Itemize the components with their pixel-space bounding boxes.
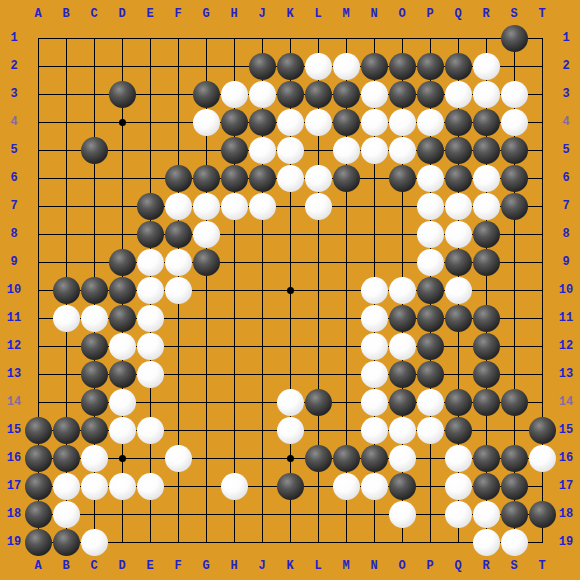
- stone-black[interactable]: [193, 81, 220, 108]
- stone-black[interactable]: [473, 305, 500, 332]
- stone-black[interactable]: [501, 501, 528, 528]
- column-label-top: S: [502, 7, 526, 21]
- stone-black[interactable]: [501, 445, 528, 472]
- stone-black[interactable]: [109, 277, 136, 304]
- column-label-bottom: C: [82, 559, 106, 573]
- stone-black[interactable]: [25, 473, 52, 500]
- stone-white[interactable]: [445, 221, 472, 248]
- stone-black[interactable]: [361, 53, 388, 80]
- stone-black[interactable]: [389, 361, 416, 388]
- stone-black[interactable]: [333, 445, 360, 472]
- row-label-left: 4: [2, 115, 26, 129]
- column-label-top: K: [278, 7, 302, 21]
- stone-black[interactable]: [473, 445, 500, 472]
- stone-black[interactable]: [417, 305, 444, 332]
- stone-black[interactable]: [221, 165, 248, 192]
- stone-white[interactable]: [361, 473, 388, 500]
- stone-white[interactable]: [473, 81, 500, 108]
- stone-white[interactable]: [417, 417, 444, 444]
- stone-black[interactable]: [389, 305, 416, 332]
- stone-white[interactable]: [221, 81, 248, 108]
- stone-white[interactable]: [81, 529, 108, 556]
- column-label-top: Q: [446, 7, 470, 21]
- stone-black[interactable]: [25, 417, 52, 444]
- column-label-top: N: [362, 7, 386, 21]
- star-point: [119, 119, 126, 126]
- stone-white[interactable]: [137, 333, 164, 360]
- stone-black[interactable]: [445, 305, 472, 332]
- stone-black[interactable]: [501, 473, 528, 500]
- stone-black[interactable]: [473, 137, 500, 164]
- stone-white[interactable]: [249, 193, 276, 220]
- column-label-top: P: [418, 7, 442, 21]
- column-label-bottom: K: [278, 559, 302, 573]
- stone-black[interactable]: [333, 165, 360, 192]
- stone-black[interactable]: [333, 81, 360, 108]
- row-label-left: 11: [2, 311, 26, 325]
- stone-white[interactable]: [361, 137, 388, 164]
- stone-white[interactable]: [473, 165, 500, 192]
- row-label-left: 3: [2, 87, 26, 101]
- stone-black[interactable]: [305, 81, 332, 108]
- row-label-left: 10: [2, 283, 26, 297]
- column-label-bottom: J: [250, 559, 274, 573]
- column-label-bottom: P: [418, 559, 442, 573]
- stone-white[interactable]: [445, 445, 472, 472]
- stone-black[interactable]: [193, 249, 220, 276]
- stone-black[interactable]: [333, 109, 360, 136]
- stone-white[interactable]: [249, 137, 276, 164]
- row-label-right: 13: [554, 367, 578, 381]
- stone-white[interactable]: [165, 193, 192, 220]
- stone-white[interactable]: [473, 53, 500, 80]
- stone-black[interactable]: [25, 445, 52, 472]
- column-label-top: A: [26, 7, 50, 21]
- row-label-right: 2: [554, 59, 578, 73]
- stone-white[interactable]: [333, 473, 360, 500]
- stone-white[interactable]: [389, 137, 416, 164]
- row-label-left: 6: [2, 171, 26, 185]
- stone-white[interactable]: [389, 417, 416, 444]
- row-label-left: 19: [2, 535, 26, 549]
- stone-black[interactable]: [25, 529, 52, 556]
- stone-black[interactable]: [109, 361, 136, 388]
- stone-black[interactable]: [501, 25, 528, 52]
- stone-black[interactable]: [389, 389, 416, 416]
- column-label-top: B: [54, 7, 78, 21]
- column-label-top: R: [474, 7, 498, 21]
- column-label-bottom: Q: [446, 559, 470, 573]
- column-label-top: T: [530, 7, 554, 21]
- stone-black[interactable]: [81, 417, 108, 444]
- stone-white[interactable]: [417, 249, 444, 276]
- stone-black[interactable]: [445, 109, 472, 136]
- stone-white[interactable]: [389, 333, 416, 360]
- stone-black[interactable]: [249, 53, 276, 80]
- stone-black[interactable]: [389, 81, 416, 108]
- stone-white[interactable]: [417, 389, 444, 416]
- stone-white[interactable]: [445, 473, 472, 500]
- stone-black[interactable]: [81, 333, 108, 360]
- row-label-right: 17: [554, 479, 578, 493]
- stone-black[interactable]: [501, 389, 528, 416]
- stone-white[interactable]: [221, 473, 248, 500]
- stone-black[interactable]: [417, 277, 444, 304]
- stone-black[interactable]: [305, 445, 332, 472]
- column-label-bottom: H: [222, 559, 246, 573]
- stone-black[interactable]: [417, 137, 444, 164]
- stone-black[interactable]: [417, 53, 444, 80]
- stone-black[interactable]: [221, 137, 248, 164]
- stone-white[interactable]: [277, 109, 304, 136]
- stone-white[interactable]: [137, 277, 164, 304]
- stone-black[interactable]: [473, 221, 500, 248]
- column-label-bottom: L: [306, 559, 330, 573]
- stone-black[interactable]: [277, 473, 304, 500]
- stone-black[interactable]: [417, 81, 444, 108]
- stone-white[interactable]: [305, 53, 332, 80]
- stone-black[interactable]: [473, 109, 500, 136]
- stone-black[interactable]: [53, 445, 80, 472]
- stone-black[interactable]: [221, 109, 248, 136]
- stone-black[interactable]: [277, 81, 304, 108]
- stone-white[interactable]: [473, 193, 500, 220]
- stone-black[interactable]: [529, 417, 556, 444]
- stone-black[interactable]: [417, 361, 444, 388]
- column-label-top: O: [390, 7, 414, 21]
- stone-black[interactable]: [417, 333, 444, 360]
- stone-black[interactable]: [249, 109, 276, 136]
- stone-white[interactable]: [193, 109, 220, 136]
- stone-white[interactable]: [445, 81, 472, 108]
- stone-white[interactable]: [165, 249, 192, 276]
- go-board[interactable]: AABBCCDDEEFFGGHHJJKKLLMMNNOOPPQQRRSSTT11…: [0, 0, 580, 580]
- stone-white[interactable]: [361, 361, 388, 388]
- row-label-left: 7: [2, 199, 26, 213]
- stone-white[interactable]: [53, 305, 80, 332]
- stone-white[interactable]: [361, 109, 388, 136]
- row-label-left: 9: [2, 255, 26, 269]
- stone-white[interactable]: [361, 277, 388, 304]
- row-label-right: 3: [554, 87, 578, 101]
- row-label-right: 14: [554, 395, 578, 409]
- stone-white[interactable]: [389, 277, 416, 304]
- stone-white[interactable]: [137, 473, 164, 500]
- row-label-right: 4: [554, 115, 578, 129]
- stone-black[interactable]: [305, 389, 332, 416]
- column-label-bottom: N: [362, 559, 386, 573]
- column-label-bottom: F: [166, 559, 190, 573]
- stone-white[interactable]: [109, 473, 136, 500]
- stone-white[interactable]: [193, 193, 220, 220]
- row-label-right: 19: [554, 535, 578, 549]
- column-label-top: H: [222, 7, 246, 21]
- stone-white[interactable]: [333, 53, 360, 80]
- stone-white[interactable]: [389, 501, 416, 528]
- column-label-bottom: S: [502, 559, 526, 573]
- star-point: [119, 455, 126, 462]
- row-label-left: 16: [2, 451, 26, 465]
- stone-black[interactable]: [137, 193, 164, 220]
- stone-white[interactable]: [137, 305, 164, 332]
- row-label-right: 5: [554, 143, 578, 157]
- column-label-bottom: A: [26, 559, 50, 573]
- grid-line-horizontal: [38, 542, 543, 543]
- stone-white[interactable]: [501, 81, 528, 108]
- stone-black[interactable]: [445, 389, 472, 416]
- stone-black[interactable]: [53, 529, 80, 556]
- column-label-top: M: [334, 7, 358, 21]
- stone-black[interactable]: [81, 389, 108, 416]
- column-label-bottom: T: [530, 559, 554, 573]
- row-label-left: 2: [2, 59, 26, 73]
- stone-white[interactable]: [305, 109, 332, 136]
- stone-white[interactable]: [389, 445, 416, 472]
- row-label-right: 10: [554, 283, 578, 297]
- stone-white[interactable]: [305, 193, 332, 220]
- column-label-top: D: [110, 7, 134, 21]
- row-label-right: 12: [554, 339, 578, 353]
- stone-white[interactable]: [529, 445, 556, 472]
- stone-white[interactable]: [137, 249, 164, 276]
- stone-white[interactable]: [473, 501, 500, 528]
- stone-black[interactable]: [501, 193, 528, 220]
- stone-white[interactable]: [473, 529, 500, 556]
- stone-black[interactable]: [53, 417, 80, 444]
- stone-white[interactable]: [361, 305, 388, 332]
- row-label-left: 1: [2, 31, 26, 45]
- stone-white[interactable]: [389, 109, 416, 136]
- stone-black[interactable]: [25, 501, 52, 528]
- stone-white[interactable]: [417, 165, 444, 192]
- column-label-bottom: D: [110, 559, 134, 573]
- stone-white[interactable]: [445, 501, 472, 528]
- stone-white[interactable]: [165, 277, 192, 304]
- row-label-left: 15: [2, 423, 26, 437]
- row-label-right: 16: [554, 451, 578, 465]
- stone-white[interactable]: [81, 305, 108, 332]
- stone-white[interactable]: [193, 221, 220, 248]
- stone-black[interactable]: [473, 249, 500, 276]
- stone-white[interactable]: [445, 277, 472, 304]
- stone-black[interactable]: [389, 53, 416, 80]
- stone-white[interactable]: [277, 417, 304, 444]
- row-label-right: 9: [554, 255, 578, 269]
- column-label-bottom: G: [194, 559, 218, 573]
- stone-white[interactable]: [137, 417, 164, 444]
- row-label-left: 12: [2, 339, 26, 353]
- stone-white[interactable]: [277, 389, 304, 416]
- stone-white[interactable]: [277, 137, 304, 164]
- stone-black[interactable]: [445, 137, 472, 164]
- stone-black[interactable]: [81, 361, 108, 388]
- column-label-top: C: [82, 7, 106, 21]
- star-point: [287, 455, 294, 462]
- stone-white[interactable]: [501, 109, 528, 136]
- stone-black[interactable]: [501, 137, 528, 164]
- stone-white[interactable]: [81, 473, 108, 500]
- row-label-right: 15: [554, 423, 578, 437]
- row-label-right: 18: [554, 507, 578, 521]
- column-label-bottom: E: [138, 559, 162, 573]
- row-label-right: 1: [554, 31, 578, 45]
- stone-black[interactable]: [165, 165, 192, 192]
- stone-white[interactable]: [445, 193, 472, 220]
- stone-black[interactable]: [81, 137, 108, 164]
- stone-white[interactable]: [249, 81, 276, 108]
- stone-black[interactable]: [277, 53, 304, 80]
- stone-white[interactable]: [333, 137, 360, 164]
- column-label-top: G: [194, 7, 218, 21]
- stone-white[interactable]: [221, 193, 248, 220]
- stone-black[interactable]: [361, 445, 388, 472]
- row-label-left: 14: [2, 395, 26, 409]
- row-label-right: 7: [554, 199, 578, 213]
- row-label-left: 13: [2, 367, 26, 381]
- stone-white[interactable]: [361, 417, 388, 444]
- stone-black[interactable]: [445, 53, 472, 80]
- stone-black[interactable]: [529, 501, 556, 528]
- stone-white[interactable]: [165, 445, 192, 472]
- stone-black[interactable]: [137, 221, 164, 248]
- column-label-bottom: B: [54, 559, 78, 573]
- row-label-left: 8: [2, 227, 26, 241]
- row-label-left: 17: [2, 479, 26, 493]
- column-label-top: J: [250, 7, 274, 21]
- star-point: [287, 287, 294, 294]
- stone-black[interactable]: [473, 333, 500, 360]
- column-label-bottom: O: [390, 559, 414, 573]
- stone-black[interactable]: [109, 249, 136, 276]
- stone-white[interactable]: [109, 389, 136, 416]
- column-label-top: E: [138, 7, 162, 21]
- stone-white[interactable]: [137, 361, 164, 388]
- stone-black[interactable]: [165, 221, 192, 248]
- column-label-top: F: [166, 7, 190, 21]
- row-label-right: 8: [554, 227, 578, 241]
- stone-white[interactable]: [417, 193, 444, 220]
- row-label-right: 11: [554, 311, 578, 325]
- stone-white[interactable]: [109, 333, 136, 360]
- row-label-left: 18: [2, 507, 26, 521]
- stone-black[interactable]: [389, 473, 416, 500]
- stone-black[interactable]: [193, 165, 220, 192]
- stone-white[interactable]: [53, 501, 80, 528]
- stone-black[interactable]: [53, 277, 80, 304]
- stone-white[interactable]: [361, 389, 388, 416]
- stone-black[interactable]: [501, 165, 528, 192]
- stone-white[interactable]: [501, 529, 528, 556]
- stone-white[interactable]: [81, 445, 108, 472]
- stone-white[interactable]: [361, 333, 388, 360]
- column-label-top: L: [306, 7, 330, 21]
- stone-black[interactable]: [81, 277, 108, 304]
- stone-white[interactable]: [53, 473, 80, 500]
- stone-black[interactable]: [389, 165, 416, 192]
- stone-white[interactable]: [417, 109, 444, 136]
- stone-white[interactable]: [109, 417, 136, 444]
- stone-black[interactable]: [473, 473, 500, 500]
- stone-black[interactable]: [445, 417, 472, 444]
- stone-white[interactable]: [361, 81, 388, 108]
- stone-white[interactable]: [417, 221, 444, 248]
- stone-black[interactable]: [445, 249, 472, 276]
- column-label-bottom: R: [474, 559, 498, 573]
- stone-black[interactable]: [445, 165, 472, 192]
- stone-black[interactable]: [109, 81, 136, 108]
- row-label-right: 6: [554, 171, 578, 185]
- stone-black[interactable]: [473, 389, 500, 416]
- stone-black[interactable]: [109, 305, 136, 332]
- stone-white[interactable]: [277, 165, 304, 192]
- stone-black[interactable]: [473, 361, 500, 388]
- row-label-left: 5: [2, 143, 26, 157]
- stone-white[interactable]: [305, 165, 332, 192]
- column-label-bottom: M: [334, 559, 358, 573]
- stone-black[interactable]: [249, 165, 276, 192]
